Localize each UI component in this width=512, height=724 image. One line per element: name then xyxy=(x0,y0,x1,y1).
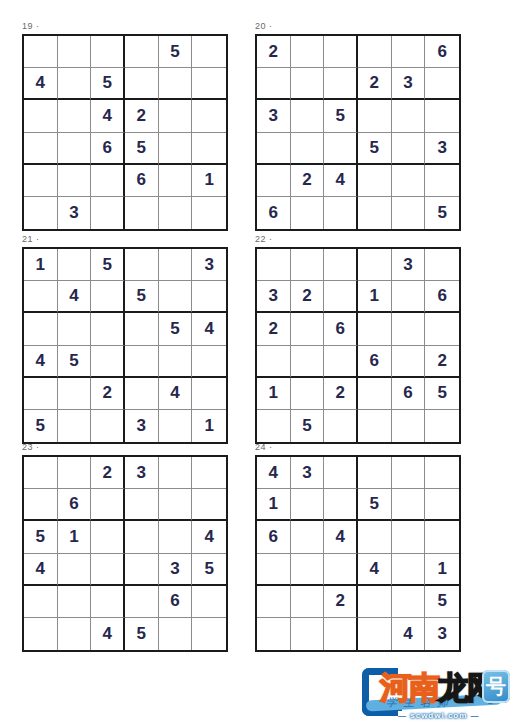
cell-r2c6 xyxy=(425,68,459,100)
cell-r6c3 xyxy=(91,197,125,229)
cell-r3c2: 1 xyxy=(58,521,92,553)
cell-r1c5 xyxy=(392,36,426,68)
cell-r4c3 xyxy=(91,346,125,378)
cell-r3c2 xyxy=(291,521,325,553)
cell-r5c3: 2 xyxy=(324,378,358,410)
cell-r2c6 xyxy=(192,489,226,521)
cell-r4c2 xyxy=(291,554,325,586)
cell-r4c4: 5 xyxy=(358,133,392,165)
cell-r1c2: 3 xyxy=(291,457,325,489)
cell-r2c5 xyxy=(392,281,426,313)
cell-r1c6 xyxy=(425,457,459,489)
cell-r6c2: 3 xyxy=(58,197,92,229)
dash-left: — xyxy=(398,711,407,720)
cell-r2c3: 5 xyxy=(91,68,125,100)
cell-r4c2 xyxy=(291,133,325,165)
puzzle-19: 19 · 5454265613 xyxy=(22,20,228,231)
cell-r6c1 xyxy=(257,618,291,650)
cell-r5c6: 5 xyxy=(425,378,459,410)
cell-r2c1 xyxy=(24,489,58,521)
cell-r6c5: 4 xyxy=(392,618,426,650)
cell-r3c1: 5 xyxy=(24,521,58,553)
watermark-domain: — scwdwl.com — xyxy=(398,711,480,720)
cell-r1c5 xyxy=(159,249,193,281)
cell-r2c4: 5 xyxy=(125,281,159,313)
cell-r3c5: 5 xyxy=(159,313,193,345)
cell-r3c6: 4 xyxy=(192,313,226,345)
cell-r3c3 xyxy=(91,313,125,345)
cell-r2c5 xyxy=(159,68,193,100)
cell-r2c3 xyxy=(91,281,125,313)
puzzle-24-label: 24 · xyxy=(255,441,461,454)
cell-r1c3: 5 xyxy=(91,249,125,281)
cell-r1c2 xyxy=(58,36,92,68)
cell-r1c5: 5 xyxy=(159,36,193,68)
puzzle-22-grid: 33216266212655 xyxy=(255,247,461,444)
cell-r3c4 xyxy=(358,313,392,345)
cell-r3c4 xyxy=(358,100,392,132)
cell-r6c3: 4 xyxy=(91,618,125,650)
sudoku-worksheet: 19 · 5454265613 20 · 262335532465 21 · 1… xyxy=(0,0,512,724)
puzzle-23-grid: 236514435645 xyxy=(22,455,228,652)
cell-r2c3 xyxy=(324,281,358,313)
cell-r3c5 xyxy=(392,313,426,345)
cell-r6c3 xyxy=(324,410,358,442)
cell-r3c1: 3 xyxy=(257,100,291,132)
cell-r4c3 xyxy=(324,346,358,378)
cell-r4c3 xyxy=(324,133,358,165)
cell-r2c4: 5 xyxy=(358,489,392,521)
cell-r2c6 xyxy=(425,489,459,521)
cell-r3c5 xyxy=(392,100,426,132)
cell-r5c2 xyxy=(291,378,325,410)
cell-r4c1: 4 xyxy=(24,346,58,378)
puzzle-20-grid: 262335532465 xyxy=(255,34,461,231)
cell-r5c5: 4 xyxy=(159,378,193,410)
cell-r3c6: 4 xyxy=(192,521,226,553)
puzzle-19-label: 19 · xyxy=(22,20,228,33)
cell-r5c5 xyxy=(159,165,193,197)
cell-r1c5 xyxy=(392,457,426,489)
cell-r2c6 xyxy=(192,281,226,313)
cell-r1c1: 4 xyxy=(257,457,291,489)
cell-r6c1: 5 xyxy=(24,410,58,442)
cell-r6c2 xyxy=(58,618,92,650)
cell-r6c4 xyxy=(358,197,392,229)
cell-r4c1 xyxy=(257,554,291,586)
cell-r4c3 xyxy=(91,554,125,586)
cell-r1c6 xyxy=(192,457,226,489)
cell-r4c5 xyxy=(159,346,193,378)
cell-r6c5 xyxy=(392,410,426,442)
cell-r6c4 xyxy=(358,618,392,650)
cell-r3c6 xyxy=(425,100,459,132)
cell-r3c5 xyxy=(392,521,426,553)
cell-r6c4 xyxy=(125,197,159,229)
cell-r6c5 xyxy=(159,410,193,442)
cell-r3c1: 2 xyxy=(257,313,291,345)
cell-r5c2: 2 xyxy=(291,165,325,197)
puzzle-19-grid: 5454265613 xyxy=(22,34,228,231)
cell-r5c3: 2 xyxy=(91,378,125,410)
cell-r4c2 xyxy=(58,554,92,586)
cell-r2c2: 2 xyxy=(291,281,325,313)
cell-r1c4 xyxy=(125,36,159,68)
cell-r4c6: 5 xyxy=(192,554,226,586)
cell-r5c2 xyxy=(58,378,92,410)
cell-r4c6 xyxy=(192,133,226,165)
cell-r6c4: 3 xyxy=(125,410,159,442)
cell-r5c5 xyxy=(392,586,426,618)
cell-r6c5 xyxy=(392,197,426,229)
cell-r4c5 xyxy=(392,133,426,165)
cell-r6c1 xyxy=(24,197,58,229)
cell-r4c6: 3 xyxy=(425,133,459,165)
cell-r1c4: 3 xyxy=(125,457,159,489)
cell-r3c3: 6 xyxy=(324,313,358,345)
cell-r5c6: 1 xyxy=(192,165,226,197)
cell-r2c6 xyxy=(192,68,226,100)
cell-r3c2 xyxy=(291,313,325,345)
cell-r1c6: 6 xyxy=(425,36,459,68)
cell-r6c5 xyxy=(159,618,193,650)
cell-r2c1: 4 xyxy=(24,68,58,100)
watermark-title: 河南龙网 xyxy=(380,672,496,703)
cell-r5c4 xyxy=(125,586,159,618)
cell-r1c3 xyxy=(324,249,358,281)
cell-r4c1 xyxy=(257,133,291,165)
cell-r3c6 xyxy=(425,313,459,345)
cell-r6c1 xyxy=(257,410,291,442)
cell-r4c5: 3 xyxy=(159,554,193,586)
cell-r5c5 xyxy=(392,165,426,197)
cell-r1c4 xyxy=(358,36,392,68)
cell-r5c1 xyxy=(24,165,58,197)
cell-r6c3 xyxy=(324,197,358,229)
dash-right: — xyxy=(471,711,480,720)
cell-r6c6 xyxy=(192,618,226,650)
puzzle-22: 22 · 33216266212655 xyxy=(255,233,461,444)
cell-r6c2 xyxy=(291,197,325,229)
puzzle-21-label: 21 · xyxy=(22,233,228,246)
cell-r2c1 xyxy=(257,68,291,100)
cell-r3c4: 2 xyxy=(125,100,159,132)
cell-r6c6 xyxy=(192,197,226,229)
cell-r5c3 xyxy=(91,165,125,197)
cell-r4c4 xyxy=(125,554,159,586)
cell-r3c5 xyxy=(159,521,193,553)
cell-r5c6 xyxy=(192,378,226,410)
puzzle-21: 21 · 15345544524531 xyxy=(22,233,228,444)
cell-r4c5 xyxy=(392,346,426,378)
cell-r6c4: 5 xyxy=(125,618,159,650)
puzzle-22-label: 22 · xyxy=(255,233,461,246)
cell-r6c1 xyxy=(24,618,58,650)
cell-r1c1 xyxy=(24,457,58,489)
seal-stamp-icon: 号 xyxy=(482,670,510,703)
cell-r1c3 xyxy=(91,36,125,68)
cell-r1c5 xyxy=(159,457,193,489)
cell-r2c2 xyxy=(58,68,92,100)
cell-r3c3: 5 xyxy=(324,100,358,132)
cell-r5c3: 2 xyxy=(324,586,358,618)
cell-r3c4 xyxy=(358,521,392,553)
cell-r5c3 xyxy=(91,586,125,618)
cell-r2c5 xyxy=(159,489,193,521)
puzzle-23-label: 23 · xyxy=(22,441,228,454)
cell-r6c3 xyxy=(91,410,125,442)
puzzle-24: 24 · 431564412543 xyxy=(255,441,461,652)
cell-r4c4: 6 xyxy=(358,346,392,378)
puzzle-21-grid: 15345544524531 xyxy=(22,247,228,444)
cell-r1c3 xyxy=(324,36,358,68)
cell-r4c6: 2 xyxy=(425,346,459,378)
cell-r2c5 xyxy=(159,281,193,313)
cell-r2c3 xyxy=(324,68,358,100)
watermark-title-orange: 河南 xyxy=(380,670,438,705)
cell-r5c4: 6 xyxy=(125,165,159,197)
cell-r1c6 xyxy=(192,36,226,68)
cell-r2c2 xyxy=(291,68,325,100)
cell-r2c1: 1 xyxy=(257,489,291,521)
cell-r1c1: 2 xyxy=(257,36,291,68)
cell-r6c4 xyxy=(358,410,392,442)
cell-r4c4: 5 xyxy=(125,133,159,165)
cell-r5c5: 6 xyxy=(392,378,426,410)
cell-r5c2 xyxy=(58,165,92,197)
cell-r4c1: 4 xyxy=(24,554,58,586)
watermark: 学生名师 河南龙网 — scwdwl.com — 号 xyxy=(360,656,512,724)
cell-r3c3: 4 xyxy=(324,521,358,553)
cell-r2c4 xyxy=(125,68,159,100)
cell-r2c5 xyxy=(392,489,426,521)
cell-r2c2: 4 xyxy=(58,281,92,313)
cell-r1c4 xyxy=(358,457,392,489)
cell-r5c6: 5 xyxy=(425,586,459,618)
cell-r3c6 xyxy=(192,100,226,132)
cell-r2c5: 3 xyxy=(392,68,426,100)
cell-r3c2 xyxy=(58,313,92,345)
cell-r1c2 xyxy=(291,36,325,68)
puzzle-20: 20 · 262335532465 xyxy=(255,20,461,231)
cell-r1c1 xyxy=(24,36,58,68)
cell-r6c3 xyxy=(324,618,358,650)
cell-r5c4 xyxy=(358,586,392,618)
cell-r4c4 xyxy=(125,346,159,378)
cell-r6c6: 5 xyxy=(425,197,459,229)
cell-r4c3 xyxy=(324,554,358,586)
cell-r2c6: 6 xyxy=(425,281,459,313)
cell-r5c2 xyxy=(291,586,325,618)
cell-r3c4 xyxy=(125,313,159,345)
watermark-domain-text: scwdwl.com xyxy=(410,711,467,720)
cell-r5c2 xyxy=(58,586,92,618)
cell-r5c4 xyxy=(358,378,392,410)
cell-r5c5: 6 xyxy=(159,586,193,618)
cell-r3c5 xyxy=(159,100,193,132)
cell-r4c6: 1 xyxy=(425,554,459,586)
cell-r4c4: 4 xyxy=(358,554,392,586)
cell-r3c3: 4 xyxy=(91,100,125,132)
cell-r4c1 xyxy=(257,346,291,378)
cell-r4c5 xyxy=(159,133,193,165)
cell-r5c1 xyxy=(24,586,58,618)
cell-r6c6 xyxy=(425,410,459,442)
cell-r4c2 xyxy=(291,346,325,378)
cell-r1c2 xyxy=(291,249,325,281)
cell-r2c2: 6 xyxy=(58,489,92,521)
cell-r2c2 xyxy=(291,489,325,521)
cell-r3c6 xyxy=(425,521,459,553)
cell-r2c4 xyxy=(125,489,159,521)
cell-r1c4 xyxy=(125,249,159,281)
cell-r3c1 xyxy=(24,100,58,132)
cell-r4c1 xyxy=(24,133,58,165)
cell-r3c4 xyxy=(125,521,159,553)
cell-r4c2: 5 xyxy=(58,346,92,378)
cell-r6c6: 1 xyxy=(192,410,226,442)
cell-r1c2 xyxy=(58,457,92,489)
cell-r5c6 xyxy=(425,165,459,197)
cell-r5c1 xyxy=(257,586,291,618)
cell-r3c2 xyxy=(58,100,92,132)
cell-r6c5 xyxy=(159,197,193,229)
cell-r3c1 xyxy=(24,313,58,345)
cell-r1c6: 3 xyxy=(192,249,226,281)
cell-r1c5: 3 xyxy=(392,249,426,281)
puzzle-24-grid: 431564412543 xyxy=(255,455,461,652)
cell-r1c1: 1 xyxy=(24,249,58,281)
cell-r2c4: 1 xyxy=(358,281,392,313)
cell-r4c6 xyxy=(192,346,226,378)
cell-r5c1 xyxy=(257,165,291,197)
cell-r4c2 xyxy=(58,133,92,165)
cell-r2c3 xyxy=(91,489,125,521)
cell-r1c2 xyxy=(58,249,92,281)
cell-r6c6: 3 xyxy=(425,618,459,650)
cell-r5c4 xyxy=(358,165,392,197)
cell-r5c4 xyxy=(125,378,159,410)
cell-r3c1: 6 xyxy=(257,521,291,553)
cell-r1c6 xyxy=(425,249,459,281)
cell-r1c3: 2 xyxy=(91,457,125,489)
cell-r4c3: 6 xyxy=(91,133,125,165)
cell-r1c1 xyxy=(257,249,291,281)
cell-r6c2 xyxy=(291,618,325,650)
cell-r6c2: 5 xyxy=(291,410,325,442)
cell-r5c6 xyxy=(192,586,226,618)
cell-r2c3 xyxy=(324,489,358,521)
cell-r1c3 xyxy=(324,457,358,489)
cell-r5c1: 1 xyxy=(257,378,291,410)
cell-r6c2 xyxy=(58,410,92,442)
cell-r4c5 xyxy=(392,554,426,586)
cell-r2c1: 3 xyxy=(257,281,291,313)
cell-r5c1 xyxy=(24,378,58,410)
cell-r6c1: 6 xyxy=(257,197,291,229)
puzzle-20-label: 20 · xyxy=(255,20,461,33)
cell-r1c4 xyxy=(358,249,392,281)
puzzle-23: 23 · 236514435645 xyxy=(22,441,228,652)
cell-r2c1 xyxy=(24,281,58,313)
cell-r3c3 xyxy=(91,521,125,553)
cell-r3c2 xyxy=(291,100,325,132)
cell-r5c3: 4 xyxy=(324,165,358,197)
cell-r2c4: 2 xyxy=(358,68,392,100)
